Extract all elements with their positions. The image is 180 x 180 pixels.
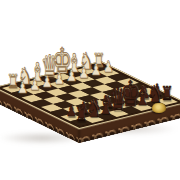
chess-set-photo: ♜♞♝♛♚♝♞♜♟♟♟♟♟♟♟♟♟♟♟♟♟♟♟♟♜♞♝♛♚♝♞♜ bbox=[0, 0, 180, 180]
brass-clasp bbox=[152, 103, 166, 113]
